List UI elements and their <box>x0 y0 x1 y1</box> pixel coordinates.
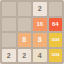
tile-16-r2c3: 16 <box>33 18 47 32</box>
tile-2-r4c1: 2 <box>2 49 16 63</box>
empty-cell-r3c1 <box>2 33 16 47</box>
tile-1024-r3c4: 1024 <box>49 33 63 47</box>
empty-cell-r1c2 <box>18 2 32 16</box>
empty-cell-r1c1 <box>2 2 16 16</box>
tile-8-r3c3: 8 <box>33 33 47 47</box>
tile-2-r1c3: 2 <box>33 2 47 16</box>
tile-2-r4c2: 2 <box>18 49 32 63</box>
empty-cell-r1c4 <box>49 2 63 16</box>
empty-cell-r2c1 <box>2 18 16 32</box>
empty-cell-r2c2 <box>18 18 32 32</box>
tile-1024-r4c4: 1024 <box>49 49 63 63</box>
tile-8-r3c2: 8 <box>18 33 32 47</box>
tile-64-r2c4: 64 <box>49 18 63 32</box>
tile-4-r4c3: 4 <box>33 49 47 63</box>
2048-board[interactable]: 216648810242241024 <box>0 0 64 64</box>
